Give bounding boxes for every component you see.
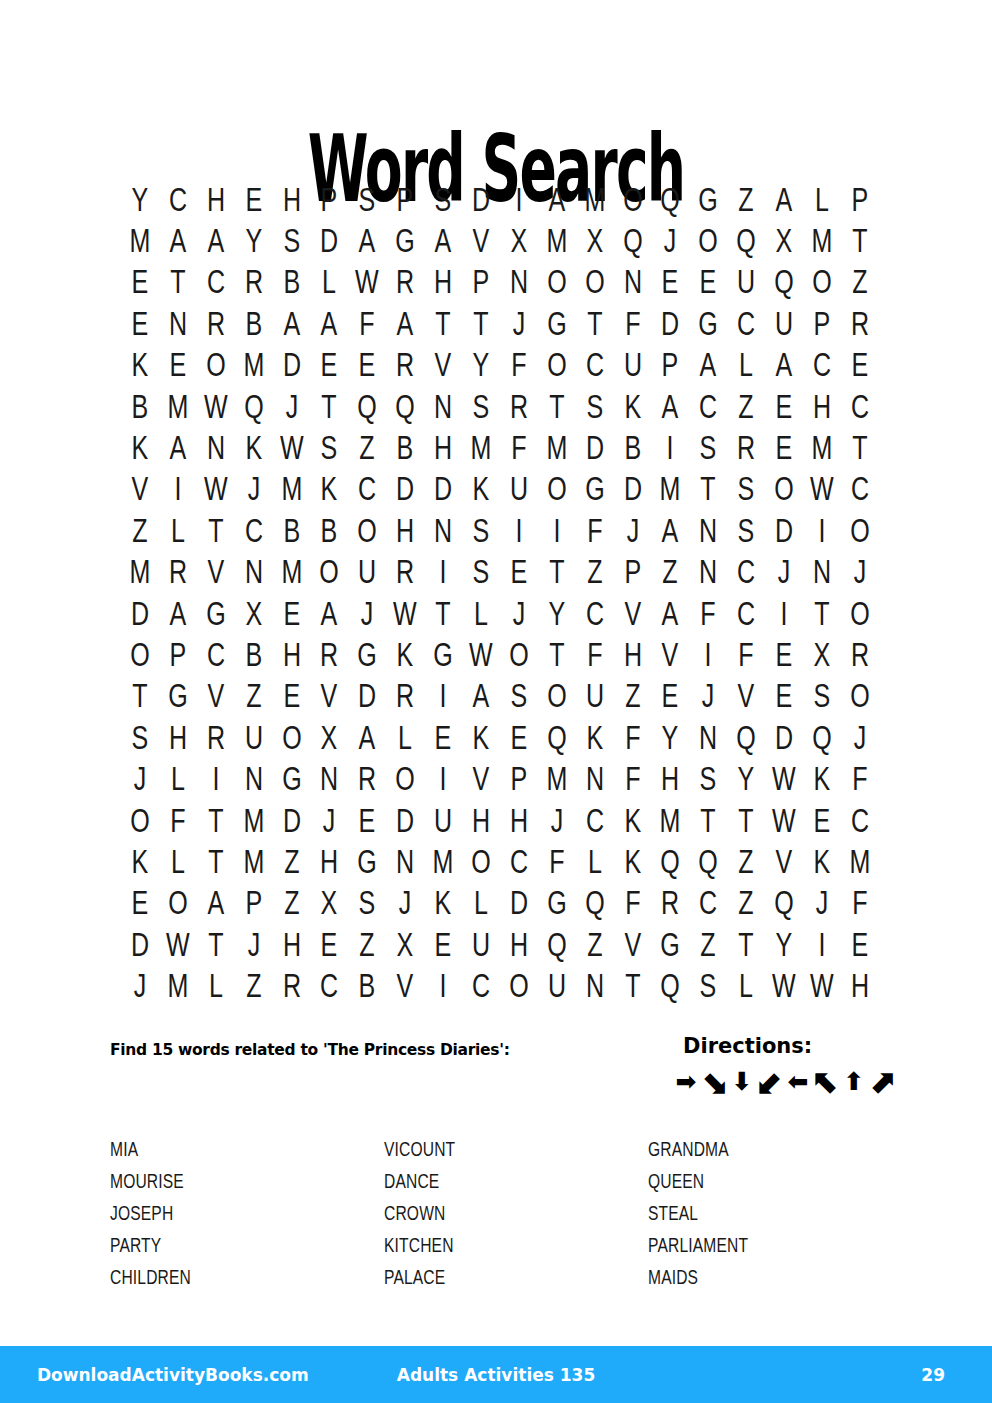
grid-cell[interactable]: J (504, 303, 533, 344)
grid-cell[interactable]: K (126, 427, 155, 468)
grid-cell[interactable]: H (391, 510, 420, 551)
grid-cell[interactable]: A (770, 345, 799, 386)
grid-cell[interactable]: N (239, 552, 268, 593)
grid-cell[interactable]: S (467, 552, 496, 593)
grid-cell[interactable]: N (694, 552, 723, 593)
grid-cell[interactable]: P (808, 303, 837, 344)
grid-cell[interactable]: A (542, 179, 571, 220)
grid-cell[interactable]: C (845, 386, 874, 427)
grid-cell[interactable]: A (656, 593, 685, 634)
grid-cell[interactable]: D (315, 220, 344, 261)
grid-cell[interactable]: Q (542, 924, 571, 965)
grid-cell[interactable]: K (808, 758, 837, 799)
grid-cell[interactable]: R (504, 386, 533, 427)
grid-cell[interactable]: L (391, 717, 420, 758)
grid-cell[interactable]: M (239, 841, 268, 882)
grid-cell[interactable]: O (315, 552, 344, 593)
grid-cell[interactable]: R (391, 345, 420, 386)
grid-cell[interactable]: J (239, 469, 268, 510)
grid-cell[interactable]: B (239, 303, 268, 344)
grid-cell[interactable]: W (770, 965, 799, 1006)
grid-cell[interactable]: Z (732, 386, 761, 427)
grid-cell[interactable]: C (580, 593, 609, 634)
grid-cell[interactable]: P (467, 262, 496, 303)
grid-cell[interactable]: O (770, 469, 799, 510)
grid-cell[interactable]: D (126, 924, 155, 965)
grid-cell[interactable]: L (315, 262, 344, 303)
grid-cell[interactable]: E (770, 634, 799, 675)
grid-cell[interactable]: E (239, 179, 268, 220)
grid-cell[interactable]: W (353, 262, 382, 303)
grid-cell[interactable]: K (580, 717, 609, 758)
grid-cell[interactable]: T (542, 634, 571, 675)
grid-cell[interactable]: K (315, 469, 344, 510)
grid-cell[interactable]: I (656, 427, 685, 468)
grid-cell[interactable]: M (126, 220, 155, 261)
grid-cell[interactable]: E (656, 262, 685, 303)
grid-cell[interactable]: C (732, 593, 761, 634)
grid-cell[interactable]: V (467, 758, 496, 799)
grid-cell[interactable]: Q (580, 883, 609, 924)
grid-cell[interactable]: Q (656, 841, 685, 882)
grid-cell[interactable]: D (391, 469, 420, 510)
grid-cell[interactable]: E (429, 717, 458, 758)
grid-cell[interactable]: D (504, 883, 533, 924)
grid-cell[interactable]: X (770, 220, 799, 261)
grid-cell[interactable]: W (201, 386, 230, 427)
grid-cell[interactable]: T (201, 510, 230, 551)
grid-cell[interactable]: I (429, 676, 458, 717)
grid-cell[interactable]: L (580, 841, 609, 882)
grid-cell[interactable]: E (504, 552, 533, 593)
grid-cell[interactable]: A (694, 345, 723, 386)
grid-cell[interactable]: D (580, 427, 609, 468)
grid-cell[interactable]: R (391, 552, 420, 593)
grid-cell[interactable]: Q (391, 386, 420, 427)
grid-cell[interactable]: A (201, 220, 230, 261)
grid-cell[interactable]: J (504, 593, 533, 634)
grid-cell[interactable]: F (542, 841, 571, 882)
grid-cell[interactable]: S (126, 717, 155, 758)
grid-cell[interactable]: M (429, 841, 458, 882)
grid-cell[interactable]: T (201, 924, 230, 965)
grid-cell[interactable]: W (770, 800, 799, 841)
grid-cell[interactable]: T (694, 800, 723, 841)
grid-cell[interactable]: Q (239, 386, 268, 427)
grid-cell[interactable]: Z (239, 965, 268, 1006)
grid-cell[interactable]: J (126, 965, 155, 1006)
grid-cell[interactable]: M (239, 800, 268, 841)
grid-cell[interactable]: R (656, 883, 685, 924)
grid-cell[interactable]: H (845, 965, 874, 1006)
grid-cell[interactable]: N (504, 262, 533, 303)
grid-cell[interactable]: S (277, 220, 306, 261)
grid-cell[interactable]: A (656, 510, 685, 551)
grid-cell[interactable]: E (770, 427, 799, 468)
grid-cell[interactable]: H (808, 386, 837, 427)
grid-cell[interactable]: Z (353, 427, 382, 468)
grid-cell[interactable]: C (808, 345, 837, 386)
grid-cell[interactable]: G (429, 634, 458, 675)
grid-cell[interactable]: Y (239, 220, 268, 261)
grid-cell[interactable]: E (845, 924, 874, 965)
grid-cell[interactable]: Q (694, 841, 723, 882)
grid-cell[interactable]: X (239, 593, 268, 634)
grid-cell[interactable]: K (391, 634, 420, 675)
grid-cell[interactable]: F (580, 634, 609, 675)
grid-cell[interactable]: L (467, 883, 496, 924)
grid-cell[interactable]: U (580, 676, 609, 717)
grid-cell[interactable]: T (429, 593, 458, 634)
grid-cell[interactable]: I (808, 510, 837, 551)
grid-cell[interactable]: E (770, 676, 799, 717)
grid-cell[interactable]: G (353, 634, 382, 675)
grid-cell[interactable]: N (580, 965, 609, 1006)
grid-cell[interactable]: H (277, 924, 306, 965)
grid-cell[interactable]: V (391, 965, 420, 1006)
grid-cell[interactable]: A (315, 593, 344, 634)
grid-cell[interactable]: O (808, 262, 837, 303)
grid-cell[interactable]: F (504, 345, 533, 386)
grid-cell[interactable]: A (315, 303, 344, 344)
grid-cell[interactable]: Z (732, 841, 761, 882)
grid-cell[interactable]: N (808, 552, 837, 593)
grid-cell[interactable]: T (126, 676, 155, 717)
grid-cell[interactable]: Q (618, 220, 647, 261)
grid-cell[interactable]: M (656, 469, 685, 510)
grid-cell[interactable]: F (618, 717, 647, 758)
grid-cell[interactable]: H (504, 924, 533, 965)
grid-cell[interactable]: E (504, 717, 533, 758)
grid-cell[interactable]: O (845, 676, 874, 717)
grid-cell[interactable]: O (542, 262, 571, 303)
grid-cell[interactable]: B (315, 510, 344, 551)
grid-cell[interactable]: T (163, 262, 192, 303)
grid-cell[interactable]: P (391, 179, 420, 220)
grid-cell[interactable]: E (694, 262, 723, 303)
grid-cell[interactable]: T (808, 593, 837, 634)
grid-cell[interactable]: F (618, 883, 647, 924)
grid-cell[interactable]: E (126, 303, 155, 344)
grid-cell[interactable]: S (429, 179, 458, 220)
grid-cell[interactable]: O (277, 717, 306, 758)
grid-cell[interactable]: T (694, 469, 723, 510)
grid-cell[interactable]: H (467, 800, 496, 841)
grid-cell[interactable]: J (845, 552, 874, 593)
grid-cell[interactable]: M (277, 552, 306, 593)
grid-cell[interactable]: K (467, 469, 496, 510)
grid-cell[interactable]: T (732, 924, 761, 965)
grid-cell[interactable]: S (580, 386, 609, 427)
grid-cell[interactable]: I (201, 758, 230, 799)
grid-cell[interactable]: F (845, 883, 874, 924)
grid-cell[interactable]: N (391, 841, 420, 882)
grid-cell[interactable]: P (845, 179, 874, 220)
grid-cell[interactable]: A (201, 883, 230, 924)
grid-cell[interactable]: V (656, 634, 685, 675)
grid-cell[interactable]: C (201, 262, 230, 303)
grid-cell[interactable]: H (429, 262, 458, 303)
grid-cell[interactable]: P (656, 345, 685, 386)
grid-cell[interactable]: L (732, 965, 761, 1006)
grid-cell[interactable]: W (770, 758, 799, 799)
grid-cell[interactable]: I (770, 593, 799, 634)
grid-cell[interactable]: Q (732, 717, 761, 758)
grid-cell[interactable]: Q (770, 262, 799, 303)
grid-cell[interactable]: R (391, 262, 420, 303)
grid-cell[interactable]: L (808, 179, 837, 220)
grid-cell[interactable]: H (201, 179, 230, 220)
grid-cell[interactable]: V (467, 220, 496, 261)
grid-cell[interactable]: P (163, 634, 192, 675)
grid-cell[interactable]: Z (277, 841, 306, 882)
grid-cell[interactable]: Z (732, 179, 761, 220)
grid-cell[interactable]: C (732, 552, 761, 593)
grid-cell[interactable]: W (808, 965, 837, 1006)
grid-cell[interactable]: W (808, 469, 837, 510)
grid-cell[interactable]: I (429, 552, 458, 593)
grid-cell[interactable]: E (353, 345, 382, 386)
grid-cell[interactable]: G (694, 303, 723, 344)
grid-cell[interactable]: D (770, 717, 799, 758)
grid-cell[interactable]: I (504, 510, 533, 551)
grid-cell[interactable]: V (770, 841, 799, 882)
grid-cell[interactable]: O (467, 841, 496, 882)
grid-cell[interactable]: G (580, 469, 609, 510)
grid-cell[interactable]: V (315, 676, 344, 717)
grid-cell[interactable]: Z (353, 924, 382, 965)
grid-cell[interactable]: L (201, 965, 230, 1006)
grid-cell[interactable]: Y (126, 179, 155, 220)
grid-cell[interactable]: F (618, 303, 647, 344)
grid-cell[interactable]: M (277, 469, 306, 510)
grid-cell[interactable]: G (277, 758, 306, 799)
grid-cell[interactable]: Z (845, 262, 874, 303)
grid-cell[interactable]: M (542, 758, 571, 799)
grid-cell[interactable]: R (201, 303, 230, 344)
grid-cell[interactable]: E (656, 676, 685, 717)
grid-cell[interactable]: N (315, 758, 344, 799)
grid-cell[interactable]: M (467, 427, 496, 468)
grid-cell[interactable]: C (163, 179, 192, 220)
grid-cell[interactable]: N (694, 510, 723, 551)
grid-cell[interactable]: S (467, 386, 496, 427)
grid-cell[interactable]: R (163, 552, 192, 593)
grid-cell[interactable]: T (732, 800, 761, 841)
grid-cell[interactable]: F (845, 758, 874, 799)
grid-cell[interactable]: O (126, 800, 155, 841)
grid-cell[interactable]: L (467, 593, 496, 634)
grid-cell[interactable]: C (353, 469, 382, 510)
grid-cell[interactable]: K (239, 427, 268, 468)
grid-cell[interactable]: E (845, 345, 874, 386)
grid-cell[interactable]: J (277, 386, 306, 427)
grid-cell[interactable]: E (126, 883, 155, 924)
grid-cell[interactable]: T (201, 841, 230, 882)
grid-cell[interactable]: O (580, 262, 609, 303)
grid-cell[interactable]: N (429, 510, 458, 551)
grid-cell[interactable]: C (504, 841, 533, 882)
grid-cell[interactable]: Q (732, 220, 761, 261)
grid-cell[interactable]: M (845, 841, 874, 882)
grid-cell[interactable]: O (126, 634, 155, 675)
grid-cell[interactable]: T (542, 552, 571, 593)
grid-cell[interactable]: U (353, 552, 382, 593)
grid-cell[interactable]: N (239, 758, 268, 799)
grid-cell[interactable]: D (656, 303, 685, 344)
grid-cell[interactable]: B (618, 427, 647, 468)
grid-cell[interactable]: C (580, 800, 609, 841)
grid-cell[interactable]: P (315, 179, 344, 220)
grid-cell[interactable]: G (656, 924, 685, 965)
grid-cell[interactable]: J (353, 593, 382, 634)
grid-cell[interactable]: B (353, 965, 382, 1006)
grid-cell[interactable]: O (542, 345, 571, 386)
grid-cell[interactable]: V (618, 924, 647, 965)
grid-cell[interactable]: D (467, 179, 496, 220)
grid-cell[interactable]: N (694, 717, 723, 758)
grid-cell[interactable]: S (467, 510, 496, 551)
grid-cell[interactable]: R (391, 676, 420, 717)
grid-cell[interactable]: C (845, 800, 874, 841)
grid-cell[interactable]: M (656, 800, 685, 841)
grid-cell[interactable]: P (239, 883, 268, 924)
grid-cell[interactable]: U (467, 924, 496, 965)
grid-cell[interactable]: S (694, 427, 723, 468)
grid-cell[interactable]: Q (770, 883, 799, 924)
grid-cell[interactable]: U (542, 965, 571, 1006)
grid-cell[interactable]: R (201, 717, 230, 758)
grid-cell[interactable]: A (656, 386, 685, 427)
grid-cell[interactable]: M (239, 345, 268, 386)
grid-cell[interactable]: A (163, 593, 192, 634)
grid-cell[interactable]: H (163, 717, 192, 758)
grid-cell[interactable]: H (277, 634, 306, 675)
grid-cell[interactable]: G (201, 593, 230, 634)
grid-cell[interactable]: O (694, 220, 723, 261)
grid-cell[interactable]: D (277, 345, 306, 386)
grid-cell[interactable]: O (618, 179, 647, 220)
grid-cell[interactable]: X (808, 634, 837, 675)
grid-cell[interactable]: J (845, 717, 874, 758)
grid-cell[interactable]: Q (353, 386, 382, 427)
grid-cell[interactable]: K (808, 841, 837, 882)
grid-cell[interactable]: Z (126, 510, 155, 551)
grid-cell[interactable]: J (656, 220, 685, 261)
grid-cell[interactable]: O (163, 883, 192, 924)
grid-cell[interactable]: M (542, 427, 571, 468)
grid-cell[interactable]: E (277, 593, 306, 634)
grid-cell[interactable]: K (429, 883, 458, 924)
grid-cell[interactable]: M (808, 427, 837, 468)
grid-cell[interactable]: L (163, 758, 192, 799)
grid-cell[interactable]: O (542, 469, 571, 510)
grid-cell[interactable]: I (504, 179, 533, 220)
grid-cell[interactable]: D (353, 676, 382, 717)
grid-cell[interactable]: X (580, 220, 609, 261)
grid-cell[interactable]: W (467, 634, 496, 675)
grid-cell[interactable]: U (429, 800, 458, 841)
grid-cell[interactable]: F (732, 634, 761, 675)
grid-cell[interactable]: T (618, 965, 647, 1006)
grid-cell[interactable]: F (163, 800, 192, 841)
grid-cell[interactable]: S (694, 965, 723, 1006)
grid-cell[interactable]: C (201, 634, 230, 675)
grid-cell[interactable]: J (694, 676, 723, 717)
grid-cell[interactable]: I (808, 924, 837, 965)
grid-cell[interactable]: X (391, 924, 420, 965)
grid-cell[interactable]: G (353, 841, 382, 882)
grid-cell[interactable]: T (845, 427, 874, 468)
grid-cell[interactable]: X (315, 883, 344, 924)
grid-cell[interactable]: N (201, 427, 230, 468)
grid-cell[interactable]: D (126, 593, 155, 634)
grid-cell[interactable]: J (315, 800, 344, 841)
grid-cell[interactable]: A (353, 717, 382, 758)
grid-cell[interactable]: J (239, 924, 268, 965)
grid-cell[interactable]: C (732, 303, 761, 344)
grid-cell[interactable]: F (580, 510, 609, 551)
grid-cell[interactable]: V (429, 345, 458, 386)
grid-cell[interactable]: V (126, 469, 155, 510)
grid-cell[interactable]: Q (656, 965, 685, 1006)
grid-cell[interactable]: K (467, 717, 496, 758)
grid-cell[interactable]: N (429, 386, 458, 427)
grid-cell[interactable]: E (353, 800, 382, 841)
grid-cell[interactable]: E (126, 262, 155, 303)
grid-cell[interactable]: S (353, 179, 382, 220)
grid-cell[interactable]: L (163, 841, 192, 882)
grid-cell[interactable]: A (770, 179, 799, 220)
grid-cell[interactable]: O (504, 634, 533, 675)
grid-cell[interactable]: V (618, 593, 647, 634)
grid-cell[interactable]: O (845, 593, 874, 634)
grid-cell[interactable]: N (580, 758, 609, 799)
grid-cell[interactable]: K (618, 800, 647, 841)
grid-cell[interactable]: T (467, 303, 496, 344)
grid-cell[interactable]: Y (656, 717, 685, 758)
grid-cell[interactable]: P (618, 552, 647, 593)
grid-cell[interactable]: C (580, 345, 609, 386)
grid-cell[interactable]: Y (770, 924, 799, 965)
grid-cell[interactable]: M (163, 386, 192, 427)
grid-cell[interactable]: T (845, 220, 874, 261)
grid-cell[interactable]: J (618, 510, 647, 551)
grid-cell[interactable]: K (618, 841, 647, 882)
grid-cell[interactable]: T (580, 303, 609, 344)
grid-cell[interactable]: R (353, 758, 382, 799)
grid-cell[interactable]: E (429, 924, 458, 965)
grid-cell[interactable]: K (126, 841, 155, 882)
grid-cell[interactable]: O (542, 676, 571, 717)
grid-cell[interactable]: U (770, 303, 799, 344)
grid-cell[interactable]: E (808, 800, 837, 841)
grid-cell[interactable]: I (694, 634, 723, 675)
grid-cell[interactable]: O (845, 510, 874, 551)
grid-cell[interactable]: L (732, 345, 761, 386)
grid-cell[interactable]: F (504, 427, 533, 468)
grid-cell[interactable]: I (542, 510, 571, 551)
grid-cell[interactable]: H (618, 634, 647, 675)
grid-cell[interactable]: J (126, 758, 155, 799)
grid-cell[interactable]: I (429, 758, 458, 799)
grid-cell[interactable]: N (163, 303, 192, 344)
grid-cell[interactable]: A (429, 220, 458, 261)
grid-cell[interactable]: E (770, 386, 799, 427)
grid-cell[interactable]: H (429, 427, 458, 468)
grid-cell[interactable]: O (353, 510, 382, 551)
grid-cell[interactable]: Z (239, 676, 268, 717)
